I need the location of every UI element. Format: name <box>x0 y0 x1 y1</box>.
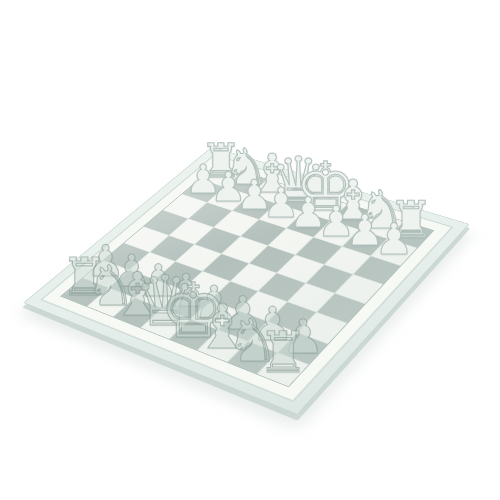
glass-board <box>23 147 469 415</box>
product-photo-stage: ♜♞♝♛♚♝♞♜♟♟♟♟♟♟♟♟♟♟♟♟♟♟♟♟♜♞♝♛♚♝♞♜ <box>0 0 500 500</box>
chess-board-grid <box>60 164 434 388</box>
board-scene <box>0 0 500 500</box>
